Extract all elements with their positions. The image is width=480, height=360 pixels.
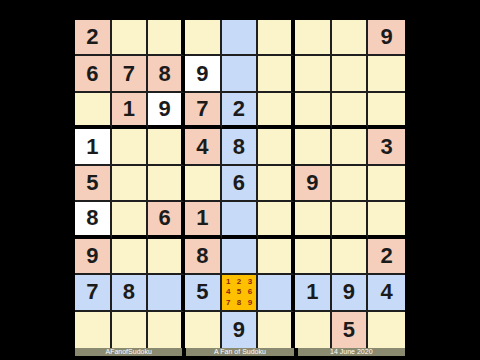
cell-r6c4: 1 — [185, 202, 222, 238]
watermark-bar: AFanofSudoku A Fan of Sudoku 14 June 202… — [75, 348, 405, 356]
cell-r1c5 — [222, 20, 259, 56]
cell-r8c1: 7 — [75, 275, 112, 311]
cell-r7c7 — [295, 239, 332, 275]
cell-r6c2 — [112, 202, 149, 238]
candidate-digit: 4 — [226, 288, 230, 296]
watermark-right: 14 June 2020 — [298, 348, 405, 356]
cell-r3c6 — [258, 93, 295, 129]
cell-r2c1: 6 — [75, 56, 112, 92]
cell-r9c9 — [368, 312, 405, 348]
cell-r2c7 — [295, 56, 332, 92]
cell-r6c9 — [368, 202, 405, 238]
cell-r2c4: 9 — [185, 56, 222, 92]
cell-r6c6 — [258, 202, 295, 238]
cell-r3c1 — [75, 93, 112, 129]
cell-r9c1 — [75, 312, 112, 348]
cell-r1c1: 2 — [75, 20, 112, 56]
cell-r4c2 — [112, 129, 149, 165]
cell-r6c7 — [295, 202, 332, 238]
cell-r9c7 — [295, 312, 332, 348]
cell-r1c6 — [258, 20, 295, 56]
cell-r4c1: 1 — [75, 129, 112, 165]
cell-r8c5: 123456789 — [222, 275, 259, 311]
cell-r6c8 — [332, 202, 369, 238]
cell-r1c8 — [332, 20, 369, 56]
cell-r6c3: 6 — [148, 202, 185, 238]
cell-r7c5 — [222, 239, 259, 275]
candidate-digit: 9 — [248, 299, 252, 307]
cell-r2c3: 8 — [148, 56, 185, 92]
candidate-digit: 8 — [237, 299, 241, 307]
cell-r9c5: 9 — [222, 312, 259, 348]
cell-r9c2 — [112, 312, 149, 348]
cell-r5c3 — [148, 166, 185, 202]
cell-r4c7 — [295, 129, 332, 165]
cell-r8c4: 5 — [185, 275, 222, 311]
cell-r1c3 — [148, 20, 185, 56]
cell-r1c9: 9 — [368, 20, 405, 56]
cell-r2c9 — [368, 56, 405, 92]
cell-r9c8: 5 — [332, 312, 369, 348]
cell-r5c5: 6 — [222, 166, 259, 202]
candidate-digit: 5 — [237, 288, 241, 296]
cell-r8c7: 1 — [295, 275, 332, 311]
cell-r8c3 — [148, 275, 185, 311]
cell-r5c4 — [185, 166, 222, 202]
cell-r5c1: 5 — [75, 166, 112, 202]
watermark-left: AFanofSudoku — [75, 348, 182, 356]
video-frame: 2967891972148356986198278512345678919495… — [0, 0, 480, 360]
sudoku-board: 2967891972148356986198278512345678919495 — [75, 20, 405, 348]
cell-r3c3: 9 — [148, 93, 185, 129]
cell-r9c3 — [148, 312, 185, 348]
candidate-digit: 7 — [226, 299, 230, 307]
cell-r2c8 — [332, 56, 369, 92]
cell-r4c3 — [148, 129, 185, 165]
cell-r2c6 — [258, 56, 295, 92]
candidate-digit: 6 — [248, 288, 252, 296]
cell-r4c8 — [332, 129, 369, 165]
cell-r2c5 — [222, 56, 259, 92]
cell-r6c5 — [222, 202, 259, 238]
cell-r3c8 — [332, 93, 369, 129]
cell-r5c6 — [258, 166, 295, 202]
cell-r5c7: 9 — [295, 166, 332, 202]
cell-r7c9: 2 — [368, 239, 405, 275]
cell-r1c4 — [185, 20, 222, 56]
candidate-grid: 123456789 — [222, 275, 257, 309]
cell-r7c2 — [112, 239, 149, 275]
candidate-digit: 3 — [248, 278, 252, 286]
cell-r3c9 — [368, 93, 405, 129]
cell-r3c7 — [295, 93, 332, 129]
cell-r4c4: 4 — [185, 129, 222, 165]
cell-r8c6 — [258, 275, 295, 311]
cell-r7c3 — [148, 239, 185, 275]
cell-r9c6 — [258, 312, 295, 348]
cell-r7c8 — [332, 239, 369, 275]
cell-r3c2: 1 — [112, 93, 149, 129]
cell-r9c4 — [185, 312, 222, 348]
cell-r4c9: 3 — [368, 129, 405, 165]
cell-r8c9: 4 — [368, 275, 405, 311]
cell-r5c8 — [332, 166, 369, 202]
cell-r3c4: 7 — [185, 93, 222, 129]
cell-r5c9 — [368, 166, 405, 202]
cell-r6c1: 8 — [75, 202, 112, 238]
cell-r1c2 — [112, 20, 149, 56]
cell-r4c6 — [258, 129, 295, 165]
cell-r7c1: 9 — [75, 239, 112, 275]
cell-r7c6 — [258, 239, 295, 275]
cell-r2c2: 7 — [112, 56, 149, 92]
candidate-digit: 2 — [237, 278, 241, 286]
cell-r1c7 — [295, 20, 332, 56]
cell-r8c8: 9 — [332, 275, 369, 311]
cell-r3c5: 2 — [222, 93, 259, 129]
cell-r8c2: 8 — [112, 275, 149, 311]
watermark-center: A Fan of Sudoku — [186, 348, 293, 356]
candidate-digit: 1 — [226, 278, 230, 286]
cell-r7c4: 8 — [185, 239, 222, 275]
cell-r5c2 — [112, 166, 149, 202]
cell-r4c5: 8 — [222, 129, 259, 165]
